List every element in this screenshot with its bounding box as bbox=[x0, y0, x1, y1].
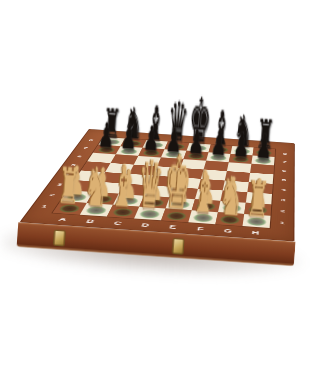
rank-labels-right: 87654321 bbox=[270, 149, 295, 230]
white-knight-b1: ♞ bbox=[83, 160, 110, 215]
brass-latch-left bbox=[53, 229, 66, 246]
perspective-wrapper: ♜♞♝♛♚♝♞♜♟♟♟♟♟♟♟♟♟♟♟♟♟♟♟♟♜♞♝♛♚♝♞♜ ABCDEFG… bbox=[17, 17, 314, 337]
file-label-f: F bbox=[186, 225, 215, 232]
black-pawn-b7: ♟ bbox=[120, 120, 138, 155]
file-label-h: H bbox=[241, 229, 269, 236]
file-label-g: G bbox=[214, 227, 242, 234]
black-pawn-a7: ♟ bbox=[97, 118, 115, 153]
file-label-d: D bbox=[130, 222, 160, 229]
product-photo-stage: ♜♞♝♛♚♝♞♜♟♟♟♟♟♟♟♟♟♟♟♟♟♟♟♟♜♞♝♛♚♝♞♜ ABCDEFG… bbox=[0, 0, 314, 369]
black-pawn-h7: ♟ bbox=[255, 129, 273, 164]
white-rook-h1: ♜ bbox=[245, 175, 271, 226]
file-label-b: B bbox=[75, 218, 105, 225]
white-bishop-c1: ♝ bbox=[110, 158, 137, 217]
white-bishop-f1: ♝ bbox=[191, 164, 218, 223]
white-knight-g1: ♞ bbox=[218, 170, 245, 225]
square-h7: ♟ bbox=[251, 155, 274, 165]
file-label-c: C bbox=[103, 220, 133, 227]
black-pawn-g7: ♟ bbox=[232, 128, 250, 163]
white-king-e1: ♚ bbox=[162, 144, 193, 220]
white-rook-a1: ♜ bbox=[56, 162, 82, 213]
rank-label-right-1: 1 bbox=[270, 216, 295, 230]
file-label-e: E bbox=[158, 223, 187, 230]
chess-board: ♜♞♝♛♚♝♞♜♟♟♟♟♟♟♟♟♟♟♟♟♟♟♟♟♜♞♝♛♚♝♞♜ ABCDEFG… bbox=[19, 129, 294, 242]
white-queen-d1: ♛ bbox=[136, 151, 166, 219]
camera-tilt: ♜♞♝♛♚♝♞♜♟♟♟♟♟♟♟♟♟♟♟♟♟♟♟♟♜♞♝♛♚♝♞♜ ABCDEFG… bbox=[0, 0, 314, 369]
file-label-a: A bbox=[47, 216, 78, 223]
black-pawn-f7: ♟ bbox=[210, 126, 228, 161]
brass-latch-right bbox=[172, 238, 185, 255]
